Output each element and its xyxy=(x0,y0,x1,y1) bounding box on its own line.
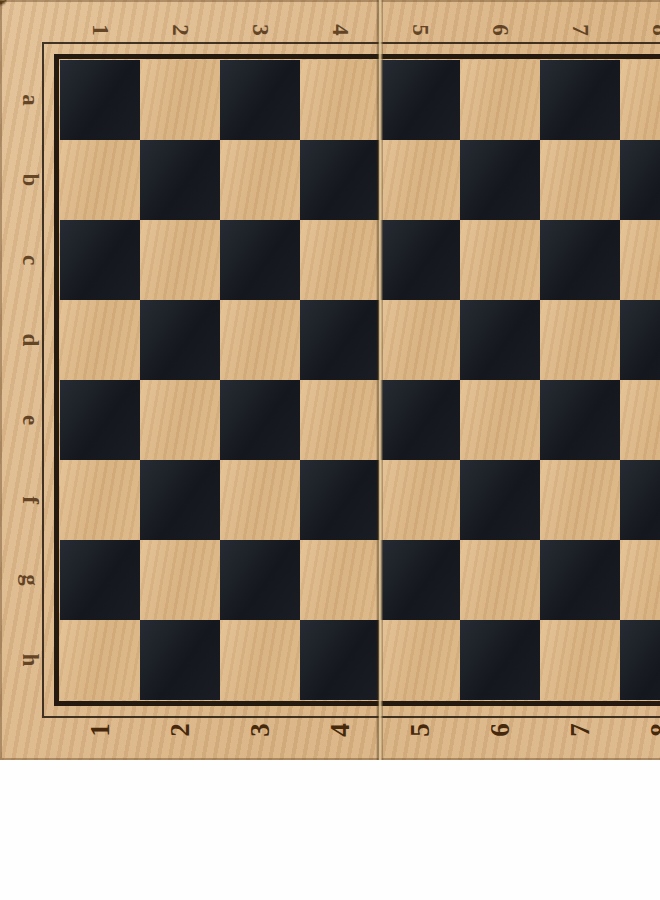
file-label-far-d: d xyxy=(19,334,42,347)
rank-label-far-5: 5 xyxy=(409,24,432,36)
rank-label-near-7: 7 xyxy=(567,723,594,737)
file-label-far-g: g xyxy=(19,574,42,586)
rank-label-near-3: 3 xyxy=(247,723,274,737)
rank-label-near-5: 5 xyxy=(407,723,434,737)
rank-label-far-4: 4 xyxy=(329,24,352,36)
rank-label-far-3: 3 xyxy=(249,24,272,36)
rank-label-near-8: 8 xyxy=(647,723,660,737)
rank-label-far-6: 6 xyxy=(489,24,512,36)
chessboard: 11aa22bb33cc44dd55ee66ff77gg88hh xyxy=(0,0,660,760)
rank-label-far-7: 7 xyxy=(569,24,592,36)
inner-border-line xyxy=(54,54,660,706)
file-label-far-h: h xyxy=(19,654,42,667)
rank-label-near-1: 1 xyxy=(87,723,114,737)
fold-seam xyxy=(376,0,383,760)
rank-label-near-2: 2 xyxy=(167,723,194,737)
file-label-far-c: c xyxy=(19,255,42,265)
file-label-far-b: b xyxy=(19,174,42,187)
file-label-far-a: a xyxy=(19,94,42,106)
file-label-far-f: f xyxy=(19,496,42,504)
rank-label-far-8: 8 xyxy=(649,24,660,36)
rank-label-near-4: 4 xyxy=(327,723,354,737)
file-label-far-e: e xyxy=(19,415,42,425)
rank-label-far-1: 1 xyxy=(89,24,112,36)
rank-label-far-2: 2 xyxy=(169,24,192,36)
product-photo: 11aa22bb33cc44dd55ee66ff77gg88hh ♜♞♝♚♛♝♞… xyxy=(0,0,660,900)
rank-label-near-6: 6 xyxy=(487,723,514,737)
